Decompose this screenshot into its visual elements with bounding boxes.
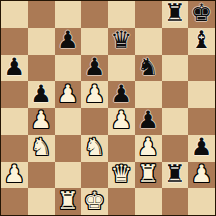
square-a1[interactable] — [1, 188, 28, 215]
square-a4[interactable] — [1, 108, 28, 135]
square-b4[interactable]: ♟ — [28, 108, 55, 135]
black-pawn-piece[interactable]: ♟ — [57, 28, 79, 52]
square-d6[interactable]: ♟ — [81, 55, 108, 82]
square-c7[interactable]: ♟ — [55, 28, 82, 55]
square-c6[interactable] — [55, 55, 82, 82]
square-g2[interactable]: ♜ — [162, 162, 189, 189]
black-bishop-piece[interactable]: ♝ — [191, 28, 213, 52]
square-f8[interactable] — [135, 1, 162, 28]
white-rook-piece[interactable]: ♜ — [57, 189, 79, 213]
square-f6[interactable]: ♞ — [135, 55, 162, 82]
square-f2[interactable]: ♜ — [135, 162, 162, 189]
white-pawn-piece[interactable]: ♟ — [57, 82, 79, 106]
square-h4[interactable] — [188, 108, 215, 135]
square-e3[interactable] — [108, 135, 135, 162]
square-f3[interactable]: ♟ — [135, 135, 162, 162]
square-e4[interactable]: ♟ — [108, 108, 135, 135]
black-pawn-piece[interactable]: ♟ — [191, 135, 213, 159]
square-d5[interactable]: ♟ — [81, 81, 108, 108]
square-e6[interactable] — [108, 55, 135, 82]
square-f4[interactable]: ♟ — [135, 108, 162, 135]
square-c4[interactable] — [55, 108, 82, 135]
white-queen-piece[interactable]: ♛ — [111, 162, 133, 186]
white-knight-piece[interactable]: ♞ — [84, 135, 106, 159]
square-h2[interactable]: ♟ — [188, 162, 215, 189]
square-e8[interactable] — [108, 1, 135, 28]
white-pawn-piece[interactable]: ♟ — [84, 82, 106, 106]
white-pawn-piece[interactable]: ♟ — [4, 162, 26, 186]
square-d2[interactable] — [81, 162, 108, 189]
square-d1[interactable]: ♚ — [81, 188, 108, 215]
square-b6[interactable] — [28, 55, 55, 82]
square-e7[interactable]: ♛ — [108, 28, 135, 55]
black-rook-piece[interactable]: ♜ — [164, 1, 186, 25]
black-knight-piece[interactable]: ♞ — [137, 55, 159, 79]
black-pawn-piece[interactable]: ♟ — [4, 55, 26, 79]
square-g6[interactable] — [162, 55, 189, 82]
square-g7[interactable] — [162, 28, 189, 55]
square-h1[interactable] — [188, 188, 215, 215]
white-knight-piece[interactable]: ♞ — [30, 135, 52, 159]
square-b7[interactable] — [28, 28, 55, 55]
black-pawn-piece[interactable]: ♟ — [111, 82, 133, 106]
square-f7[interactable] — [135, 28, 162, 55]
square-a3[interactable] — [1, 135, 28, 162]
black-king-piece[interactable]: ♚ — [191, 1, 213, 25]
white-pawn-piece[interactable]: ♟ — [111, 108, 133, 132]
square-a5[interactable] — [1, 81, 28, 108]
square-d4[interactable] — [81, 108, 108, 135]
black-pawn-piece[interactable]: ♟ — [84, 55, 106, 79]
square-h6[interactable] — [188, 55, 215, 82]
square-b1[interactable] — [28, 188, 55, 215]
square-c2[interactable] — [55, 162, 82, 189]
square-a6[interactable]: ♟ — [1, 55, 28, 82]
square-d7[interactable] — [81, 28, 108, 55]
black-rook-piece[interactable]: ♜ — [164, 162, 186, 186]
square-c8[interactable] — [55, 1, 82, 28]
square-g5[interactable] — [162, 81, 189, 108]
square-d3[interactable]: ♞ — [81, 135, 108, 162]
square-h5[interactable] — [188, 81, 215, 108]
white-pawn-piece[interactable]: ♟ — [30, 108, 52, 132]
square-f1[interactable] — [135, 188, 162, 215]
black-queen-piece[interactable]: ♛ — [111, 28, 133, 52]
square-b8[interactable] — [28, 1, 55, 28]
square-g4[interactable] — [162, 108, 189, 135]
white-king-piece[interactable]: ♚ — [84, 189, 106, 213]
square-g1[interactable] — [162, 188, 189, 215]
square-h8[interactable]: ♚ — [188, 1, 215, 28]
square-f5[interactable] — [135, 81, 162, 108]
square-c3[interactable] — [55, 135, 82, 162]
square-c5[interactable]: ♟ — [55, 81, 82, 108]
square-d8[interactable] — [81, 1, 108, 28]
white-pawn-piece[interactable]: ♟ — [191, 162, 213, 186]
square-e2[interactable]: ♛ — [108, 162, 135, 189]
square-c1[interactable]: ♜ — [55, 188, 82, 215]
square-g3[interactable] — [162, 135, 189, 162]
square-b2[interactable] — [28, 162, 55, 189]
square-g8[interactable]: ♜ — [162, 1, 189, 28]
chess-board: ♜♚♟♛♝♟♟♞♟♟♟♟♟♟♟♞♞♟♟♟♛♜♜♟♜♚ — [0, 0, 216, 216]
black-pawn-piece[interactable]: ♟ — [30, 82, 52, 106]
white-pawn-piece[interactable]: ♟ — [137, 135, 159, 159]
square-a7[interactable] — [1, 28, 28, 55]
white-rook-piece[interactable]: ♜ — [137, 162, 159, 186]
square-b5[interactable]: ♟ — [28, 81, 55, 108]
square-a2[interactable]: ♟ — [1, 162, 28, 189]
square-b3[interactable]: ♞ — [28, 135, 55, 162]
square-h3[interactable]: ♟ — [188, 135, 215, 162]
square-e5[interactable]: ♟ — [108, 81, 135, 108]
square-e1[interactable] — [108, 188, 135, 215]
square-h7[interactable]: ♝ — [188, 28, 215, 55]
black-pawn-piece[interactable]: ♟ — [137, 108, 159, 132]
square-a8[interactable] — [1, 1, 28, 28]
